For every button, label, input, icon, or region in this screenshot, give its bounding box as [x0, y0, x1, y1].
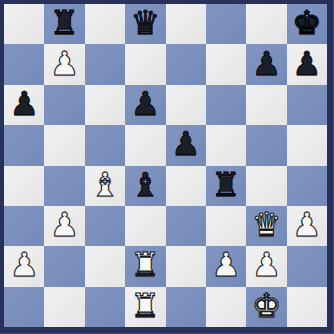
square-f3[interactable]: [206, 206, 246, 246]
square-c1[interactable]: [85, 287, 125, 327]
square-a3[interactable]: [4, 206, 44, 246]
square-f8[interactable]: [206, 4, 246, 44]
square-b3[interactable]: ♟: [44, 206, 84, 246]
square-h2[interactable]: [287, 246, 327, 286]
square-a4[interactable]: [4, 166, 44, 206]
square-f1[interactable]: [206, 287, 246, 327]
square-a2[interactable]: ♟: [4, 246, 44, 286]
piece-black-pawn: ♟: [131, 85, 161, 124]
piece-black-bishop: ♝: [131, 166, 161, 205]
square-a8[interactable]: [4, 4, 44, 44]
square-e1[interactable]: [166, 287, 206, 327]
square-g5[interactable]: [246, 125, 286, 165]
square-h5[interactable]: [287, 125, 327, 165]
piece-white-pawn: ♟: [9, 246, 39, 285]
square-d5[interactable]: [125, 125, 165, 165]
square-g8[interactable]: [246, 4, 286, 44]
square-f4[interactable]: ♜: [206, 166, 246, 206]
square-c8[interactable]: [85, 4, 125, 44]
square-d2[interactable]: ♜: [125, 246, 165, 286]
square-g1[interactable]: ♚: [246, 287, 286, 327]
square-c2[interactable]: [85, 246, 125, 286]
square-b6[interactable]: [44, 85, 84, 125]
square-d1[interactable]: ♜: [125, 287, 165, 327]
square-e8[interactable]: [166, 4, 206, 44]
piece-white-rook: ♜: [131, 287, 161, 326]
square-b2[interactable]: [44, 246, 84, 286]
square-h7[interactable]: ♟: [287, 44, 327, 84]
piece-white-pawn: ♟: [50, 44, 80, 83]
square-d6[interactable]: ♟: [125, 85, 165, 125]
square-h4[interactable]: [287, 166, 327, 206]
square-c5[interactable]: [85, 125, 125, 165]
square-b5[interactable]: [44, 125, 84, 165]
piece-white-queen: ♛: [252, 206, 282, 245]
square-e5[interactable]: ♟: [166, 125, 206, 165]
square-d7[interactable]: [125, 44, 165, 84]
square-f7[interactable]: [206, 44, 246, 84]
square-h1[interactable]: [287, 287, 327, 327]
square-g4[interactable]: [246, 166, 286, 206]
square-g2[interactable]: ♟: [246, 246, 286, 286]
square-b4[interactable]: [44, 166, 84, 206]
square-a7[interactable]: [4, 44, 44, 84]
piece-white-pawn: ♟: [292, 206, 322, 245]
piece-white-pawn: ♟: [50, 206, 80, 245]
square-f2[interactable]: ♟: [206, 246, 246, 286]
square-g7[interactable]: ♟: [246, 44, 286, 84]
square-d8[interactable]: ♛: [125, 4, 165, 44]
square-c3[interactable]: [85, 206, 125, 246]
square-b7[interactable]: ♟: [44, 44, 84, 84]
square-e3[interactable]: [166, 206, 206, 246]
square-e6[interactable]: [166, 85, 206, 125]
piece-black-queen: ♛: [131, 4, 161, 43]
piece-black-pawn: ♟: [171, 125, 201, 164]
piece-black-pawn: ♟: [9, 85, 39, 124]
square-e2[interactable]: [166, 246, 206, 286]
square-a5[interactable]: [4, 125, 44, 165]
piece-black-rook: ♜: [211, 166, 241, 205]
square-e4[interactable]: [166, 166, 206, 206]
square-a6[interactable]: ♟: [4, 85, 44, 125]
square-h6[interactable]: [287, 85, 327, 125]
piece-black-pawn: ♟: [252, 44, 282, 83]
square-f5[interactable]: [206, 125, 246, 165]
piece-white-king: ♚: [252, 287, 282, 326]
square-d4[interactable]: ♝: [125, 166, 165, 206]
piece-white-rook: ♜: [131, 246, 161, 285]
piece-black-rook: ♜: [50, 4, 80, 43]
square-a1[interactable]: [4, 287, 44, 327]
piece-white-pawn: ♟: [211, 246, 241, 285]
square-c4[interactable]: ♝: [85, 166, 125, 206]
chess-board-frame: ♜♛♚♟♟♟♟♟♟♝♝♜♟♛♟♟♜♟♟♜♚: [0, 0, 334, 334]
square-h3[interactable]: ♟: [287, 206, 327, 246]
square-h8[interactable]: ♚: [287, 4, 327, 44]
piece-black-king: ♚: [292, 4, 322, 43]
piece-black-pawn: ♟: [292, 44, 322, 83]
piece-white-bishop: ♝: [90, 166, 120, 205]
square-e7[interactable]: [166, 44, 206, 84]
square-g3[interactable]: ♛: [246, 206, 286, 246]
square-g6[interactable]: [246, 85, 286, 125]
square-b8[interactable]: ♜: [44, 4, 84, 44]
square-c7[interactable]: [85, 44, 125, 84]
square-b1[interactable]: [44, 287, 84, 327]
square-c6[interactable]: [85, 85, 125, 125]
square-d3[interactable]: [125, 206, 165, 246]
chess-board: ♜♛♚♟♟♟♟♟♟♝♝♜♟♛♟♟♜♟♟♜♚: [4, 4, 327, 327]
square-f6[interactable]: [206, 85, 246, 125]
piece-white-pawn: ♟: [252, 246, 282, 285]
